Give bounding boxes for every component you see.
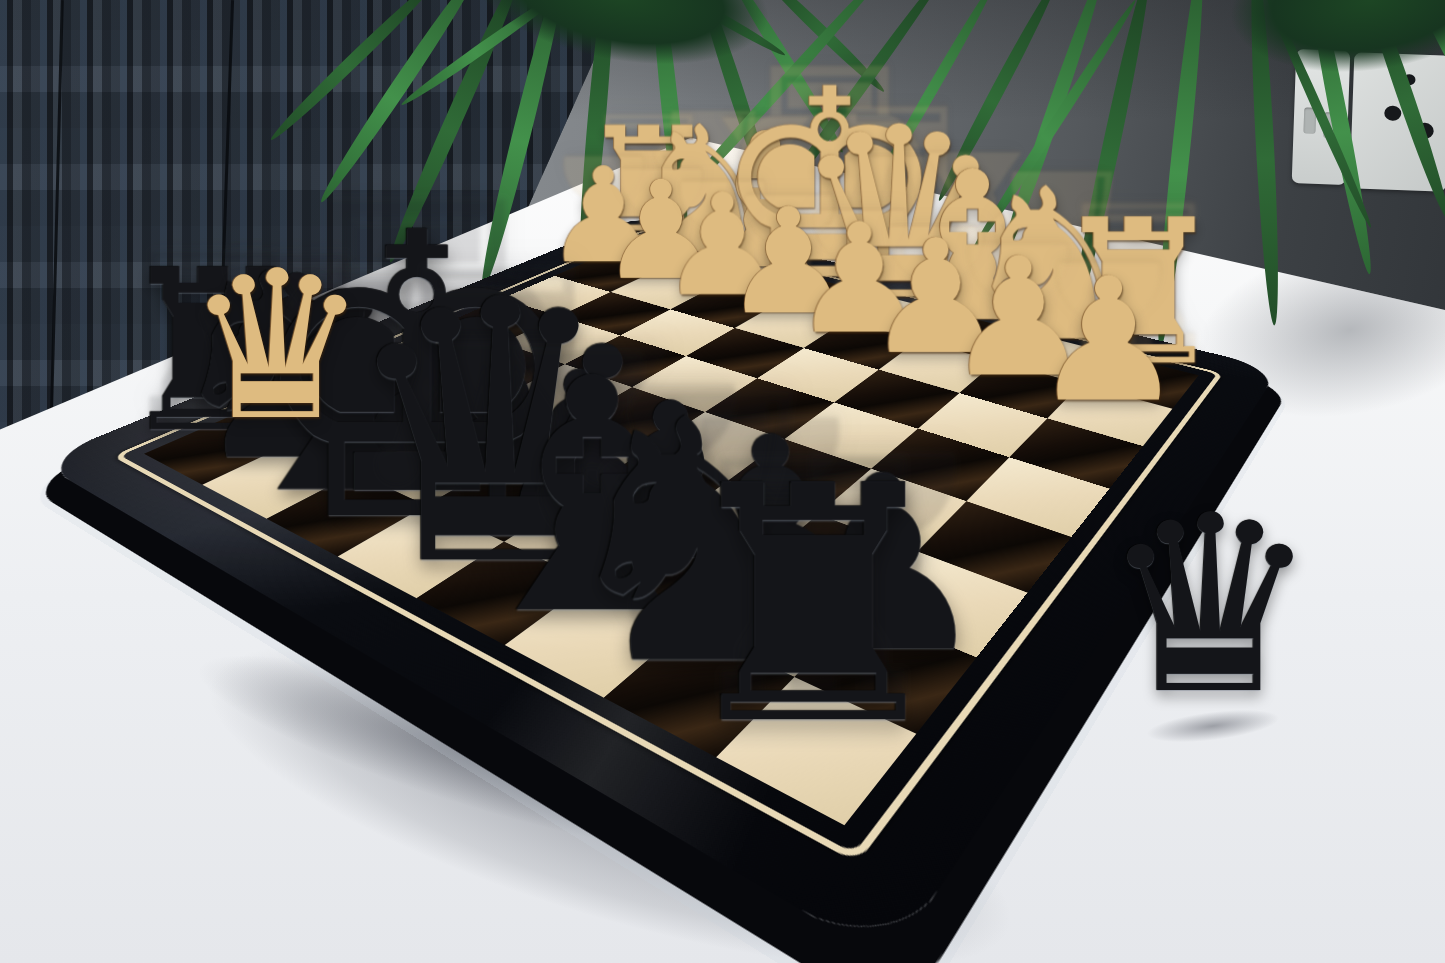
black-queen-glyph: ♛ — [1100, 483, 1320, 728]
product-photo-scene: ♜♜♞♞♝♝♚♚♛♛♝♝♞♞♜♜♟♟♟♟♟♟♟♟♟♟♟♟♟♟♟♟♟♟♟♟♟♟♟♟… — [0, 0, 1445, 963]
piece-white-pawn-a2: ♟ — [1032, 255, 1185, 426]
piece-black-rook-a8: ♜ — [668, 443, 960, 769]
white-queen-glyph: ♛ — [185, 244, 369, 449]
